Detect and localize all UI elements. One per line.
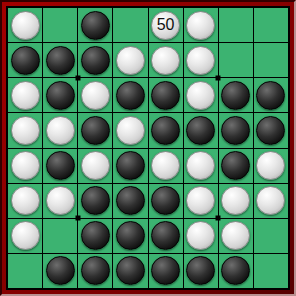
white-disc — [151, 46, 180, 75]
othello-board: 50 — [8, 8, 288, 288]
white-disc — [11, 186, 40, 215]
cell-c7[interactable] — [78, 219, 112, 253]
white-disc: 50 — [151, 11, 180, 40]
last-move-number: 50 — [157, 17, 175, 33]
black-disc — [116, 81, 145, 110]
cell-f4[interactable] — [184, 113, 218, 147]
black-disc — [46, 81, 75, 110]
white-disc — [186, 81, 215, 110]
black-disc — [81, 46, 110, 75]
cell-h1[interactable] — [254, 8, 288, 42]
cell-b2[interactable] — [43, 43, 77, 77]
cell-f8[interactable] — [184, 254, 218, 288]
cell-a4[interactable] — [8, 113, 42, 147]
cell-f1[interactable] — [184, 8, 218, 42]
black-disc — [221, 81, 250, 110]
black-disc — [186, 256, 215, 285]
cell-b1[interactable] — [43, 8, 77, 42]
cell-b8[interactable] — [43, 254, 77, 288]
white-disc — [256, 151, 285, 180]
black-disc — [81, 221, 110, 250]
cell-d1[interactable] — [113, 8, 147, 42]
cell-h4[interactable] — [254, 113, 288, 147]
cell-g6[interactable] — [219, 184, 253, 218]
cell-a3[interactable] — [8, 78, 42, 112]
board-frame: 50 — [0, 0, 296, 296]
cell-e2[interactable] — [149, 43, 183, 77]
white-disc — [116, 46, 145, 75]
cell-e4[interactable] — [149, 113, 183, 147]
cell-a1[interactable] — [8, 8, 42, 42]
white-disc — [221, 221, 250, 250]
black-disc — [151, 186, 180, 215]
white-disc — [11, 116, 40, 145]
black-disc — [221, 256, 250, 285]
cell-f7[interactable] — [184, 219, 218, 253]
cell-d8[interactable] — [113, 254, 147, 288]
black-disc — [81, 256, 110, 285]
black-disc — [81, 116, 110, 145]
cell-e6[interactable] — [149, 184, 183, 218]
cell-f6[interactable] — [184, 184, 218, 218]
cell-d7[interactable] — [113, 219, 147, 253]
white-disc — [186, 151, 215, 180]
white-disc — [116, 116, 145, 145]
white-disc — [151, 151, 180, 180]
white-disc — [256, 186, 285, 215]
cell-a8[interactable] — [8, 254, 42, 288]
star-point — [76, 76, 81, 81]
star-point — [76, 216, 81, 221]
white-disc — [46, 116, 75, 145]
black-disc — [256, 81, 285, 110]
white-disc — [186, 11, 215, 40]
cell-h2[interactable] — [254, 43, 288, 77]
cell-b6[interactable] — [43, 184, 77, 218]
cell-a5[interactable] — [8, 149, 42, 183]
cell-d4[interactable] — [113, 113, 147, 147]
cell-d6[interactable] — [113, 184, 147, 218]
cell-h8[interactable] — [254, 254, 288, 288]
black-disc — [151, 81, 180, 110]
cell-g4[interactable] — [219, 113, 253, 147]
cell-g5[interactable] — [219, 149, 253, 183]
cell-b3[interactable] — [43, 78, 77, 112]
black-disc — [81, 11, 110, 40]
black-disc — [11, 46, 40, 75]
cell-d3[interactable] — [113, 78, 147, 112]
black-disc — [46, 256, 75, 285]
black-disc — [116, 186, 145, 215]
white-disc — [186, 46, 215, 75]
white-disc — [221, 186, 250, 215]
black-disc — [116, 221, 145, 250]
cell-c3[interactable] — [78, 78, 112, 112]
black-disc — [81, 186, 110, 215]
cell-e3[interactable] — [149, 78, 183, 112]
white-disc — [81, 151, 110, 180]
white-disc — [11, 81, 40, 110]
cell-b7[interactable] — [43, 219, 77, 253]
black-disc — [256, 116, 285, 145]
cell-c8[interactable] — [78, 254, 112, 288]
cell-e8[interactable] — [149, 254, 183, 288]
white-disc — [186, 186, 215, 215]
black-disc — [46, 46, 75, 75]
cell-h3[interactable] — [254, 78, 288, 112]
cell-c6[interactable] — [78, 184, 112, 218]
board-edge: 50 — [6, 6, 290, 290]
black-disc — [116, 151, 145, 180]
cell-d5[interactable] — [113, 149, 147, 183]
white-disc — [11, 11, 40, 40]
white-disc — [186, 221, 215, 250]
cell-a6[interactable] — [8, 184, 42, 218]
cell-e5[interactable] — [149, 149, 183, 183]
cell-h6[interactable] — [254, 184, 288, 218]
cell-a2[interactable] — [8, 43, 42, 77]
cell-c1[interactable] — [78, 8, 112, 42]
white-disc — [11, 221, 40, 250]
cell-e1[interactable]: 50 — [149, 8, 183, 42]
cell-b5[interactable] — [43, 149, 77, 183]
star-point — [216, 216, 221, 221]
black-disc — [151, 221, 180, 250]
cell-d2[interactable] — [113, 43, 147, 77]
white-disc — [46, 186, 75, 215]
cell-c5[interactable] — [78, 149, 112, 183]
cell-h5[interactable] — [254, 149, 288, 183]
cell-h7[interactable] — [254, 219, 288, 253]
black-disc — [186, 116, 215, 145]
cell-g8[interactable] — [219, 254, 253, 288]
black-disc — [221, 151, 250, 180]
cell-a7[interactable] — [8, 219, 42, 253]
cell-g3[interactable] — [219, 78, 253, 112]
black-disc — [151, 116, 180, 145]
cell-g1[interactable] — [219, 8, 253, 42]
cell-g2[interactable] — [219, 43, 253, 77]
black-disc — [116, 256, 145, 285]
cell-e7[interactable] — [149, 219, 183, 253]
cell-b4[interactable] — [43, 113, 77, 147]
cell-f5[interactable] — [184, 149, 218, 183]
black-disc — [221, 116, 250, 145]
white-disc — [11, 151, 40, 180]
black-disc — [46, 151, 75, 180]
cell-c2[interactable] — [78, 43, 112, 77]
cell-g7[interactable] — [219, 219, 253, 253]
white-disc — [81, 81, 110, 110]
black-disc — [151, 256, 180, 285]
cell-f3[interactable] — [184, 78, 218, 112]
cell-c4[interactable] — [78, 113, 112, 147]
star-point — [216, 76, 221, 81]
cell-f2[interactable] — [184, 43, 218, 77]
